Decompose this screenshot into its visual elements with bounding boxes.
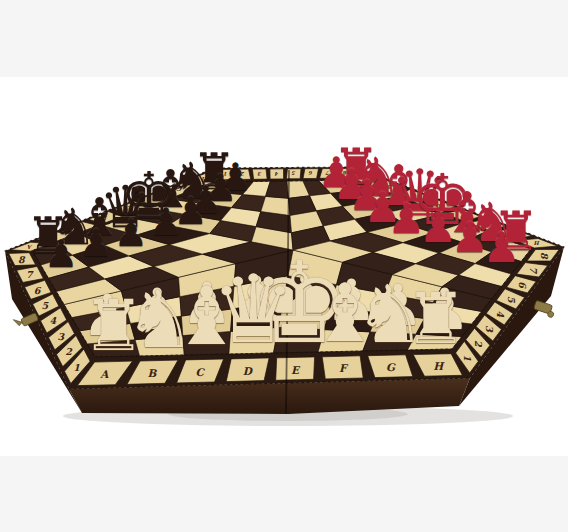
coordinate-label: 4 [49, 315, 56, 326]
coordinate-label: 4 [275, 171, 279, 177]
coordinate-label: 3 [258, 171, 262, 177]
piece-white-rook[interactable]: ♜ [82, 291, 145, 361]
piece-black-pawn[interactable]: ♟ [44, 234, 78, 272]
piece-red-pawn[interactable]: ♟ [483, 227, 521, 269]
coordinate-label: 4 [495, 311, 506, 318]
coordinate-label: A [99, 368, 109, 380]
coordinate-label: 6 [309, 170, 313, 176]
coordinate-label: G [386, 361, 396, 373]
piece-white-rook[interactable]: ♜ [404, 284, 467, 354]
clasp-right [533, 300, 557, 318]
piece-black-pawn[interactable]: ♟ [114, 213, 148, 251]
piece-black-pawn[interactable]: ♟ [149, 203, 183, 241]
three-player-chess-photo: ABCDEFGH1234567812345678ABCDEFGH12345678… [0, 0, 568, 532]
piece-black-pawn[interactable]: ♟ [79, 224, 113, 262]
coordinate-label: 1 [73, 362, 80, 373]
coordinate-label: 5 [292, 170, 296, 176]
coordinate-label: B [148, 367, 158, 379]
